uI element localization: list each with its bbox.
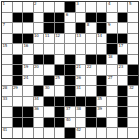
clue-number-39: 39 [97, 107, 102, 111]
letter-cell-r5c4[interactable] [34, 44, 44, 54]
letter-cell-r2c11[interactable] [107, 13, 117, 23]
clue-number-35: 35 [97, 97, 102, 101]
letter-cell-r11c11[interactable] [107, 107, 117, 117]
letter-cell-r10c11[interactable] [107, 97, 117, 107]
clue-number-26: 26 [76, 76, 81, 80]
black-cell-r2c2 [13, 13, 23, 23]
letter-cell-r13c3[interactable] [23, 128, 33, 138]
clue-number-37: 37 [66, 107, 71, 111]
black-cell-r6c4 [34, 55, 44, 65]
letter-cell-r2c4[interactable] [34, 13, 44, 23]
letter-cell-r2c1[interactable] [2, 13, 12, 23]
black-cell-r10c12 [118, 97, 128, 107]
letter-cell-r13c9[interactable] [86, 128, 96, 138]
letter-cell-r4c9[interactable] [86, 34, 96, 44]
letter-cell-r4c1[interactable] [2, 34, 12, 44]
black-cell-r4c2 [13, 34, 23, 44]
letter-cell-r10c4[interactable]: 34 [34, 97, 44, 107]
black-cell-r13c7 [65, 128, 75, 138]
letter-cell-r13c1[interactable]: 41 [2, 128, 12, 138]
clue-number-3: 3 [76, 2, 78, 6]
letter-cell-r2c8[interactable] [76, 13, 86, 23]
clue-number-21: 21 [76, 65, 81, 69]
black-cell-r8c13 [128, 76, 138, 86]
letter-cell-r4c8[interactable]: 13 [76, 34, 86, 44]
black-cell-r8c5 [44, 76, 54, 86]
clue-number-27: 27 [108, 76, 113, 80]
letter-cell-r12c1[interactable] [2, 118, 12, 128]
letter-cell-r2c7[interactable]: 6 [65, 13, 75, 23]
letter-cell-r8c12[interactable] [118, 76, 128, 86]
letter-cell-r1c13[interactable]: 5 [128, 2, 138, 12]
letter-cell-r9c6[interactable] [55, 86, 65, 96]
letter-cell-r2c13[interactable] [128, 13, 138, 23]
letter-cell-r8c3[interactable]: 24 [23, 76, 33, 86]
clue-number-15: 15 [3, 44, 8, 48]
black-cell-r11c12 [118, 107, 128, 117]
letter-cell-r1c8[interactable]: 3 [76, 2, 86, 12]
clue-number-24: 24 [24, 76, 29, 80]
black-cell-r9c10 [97, 86, 107, 96]
clue-number-13: 13 [76, 34, 81, 38]
letter-cell-r3c7[interactable] [65, 23, 75, 33]
letter-cell-r1c10[interactable] [97, 2, 107, 12]
clue-number-10: 10 [34, 34, 39, 38]
letter-cell-r1c9[interactable] [86, 2, 96, 12]
black-cell-r7c2 [13, 65, 23, 75]
letter-cell-r6c13[interactable] [128, 55, 138, 65]
letter-cell-r5c6[interactable] [55, 44, 65, 54]
letter-cell-r9c2[interactable]: 29 [13, 86, 23, 96]
clue-number-5: 5 [129, 2, 131, 6]
clue-number-29: 29 [13, 86, 18, 90]
clue-number-31: 31 [76, 86, 81, 90]
black-cell-r3c8 [76, 23, 86, 33]
letter-cell-r5c9[interactable] [86, 44, 96, 54]
letter-cell-r12c11[interactable] [107, 118, 117, 128]
letter-cell-r7c10[interactable] [97, 65, 107, 75]
letter-cell-r5c7[interactable] [65, 44, 75, 54]
letter-cell-r12c7[interactable]: 40 [65, 118, 75, 128]
clue-number-38: 38 [76, 107, 81, 111]
black-cell-r1c7 [65, 2, 75, 12]
clue-number-33: 33 [3, 97, 8, 101]
black-cell-r6c12 [118, 55, 128, 65]
letter-cell-r10c2[interactable] [13, 97, 23, 107]
letter-cell-r8c1[interactable] [2, 76, 12, 86]
black-cell-r3c10 [97, 23, 107, 33]
letter-cell-r9c11[interactable] [107, 86, 117, 96]
letter-cell-r13c4[interactable] [34, 128, 44, 138]
letter-cell-r11c13[interactable] [128, 107, 138, 117]
letter-cell-r7c12[interactable]: 23 [118, 65, 128, 75]
black-cell-r12c6 [55, 118, 65, 128]
black-cell-r6c7 [65, 55, 75, 65]
black-cell-r10c5 [44, 97, 54, 107]
clue-number-30: 30 [45, 86, 50, 90]
letter-cell-r5c2[interactable] [13, 44, 23, 54]
letter-cell-r3c12[interactable] [118, 23, 128, 33]
letter-cell-r1c6[interactable] [55, 2, 65, 12]
letter-cell-r12c13[interactable] [128, 118, 138, 128]
black-cell-r6c2 [13, 55, 23, 65]
black-cell-r7c13 [128, 65, 138, 75]
letter-cell-r9c3[interactable] [23, 86, 33, 96]
letter-cell-r13c6[interactable] [55, 128, 65, 138]
letter-cell-r7c11[interactable] [107, 65, 117, 75]
black-cell-r11c6 [55, 107, 65, 117]
clue-number-1: 1 [3, 2, 5, 6]
letter-cell-r5c10[interactable] [97, 44, 107, 54]
clue-number-17: 17 [118, 44, 123, 48]
black-cell-r12c3 [23, 118, 33, 128]
letter-cell-r9c1[interactable]: 28 [2, 86, 12, 96]
letter-cell-r3c2[interactable] [13, 23, 23, 33]
letter-cell-r5c3[interactable]: 16 [23, 44, 33, 54]
letter-cell-r9c13[interactable]: 32 [128, 86, 138, 96]
black-cell-r2c6 [55, 13, 65, 23]
black-cell-r12c12 [118, 118, 128, 128]
clue-number-14: 14 [97, 34, 102, 38]
letter-cell-r4c10[interactable]: 14 [97, 34, 107, 44]
black-cell-r7c7 [65, 65, 75, 75]
black-cell-r10c8 [76, 97, 86, 107]
clue-number-34: 34 [34, 97, 39, 101]
letter-cell-r3c9[interactable]: 8 [86, 23, 96, 33]
black-cell-r4c12 [118, 34, 128, 44]
letter-cell-r11c5[interactable] [44, 107, 54, 117]
letter-cell-r13c11[interactable] [107, 128, 117, 138]
letter-cell-r5c5[interactable] [44, 44, 54, 54]
letter-cell-r11c4[interactable]: 36 [34, 107, 44, 117]
black-cell-r8c10 [97, 76, 107, 86]
black-cell-r2c9 [86, 13, 96, 23]
letter-cell-r4c4[interactable]: 10 [34, 34, 44, 44]
letter-cell-r10c10[interactable]: 35 [97, 97, 107, 107]
black-cell-r11c9 [86, 107, 96, 117]
letter-cell-r12c8[interactable] [76, 118, 86, 128]
letter-cell-r5c12[interactable]: 17 [118, 44, 128, 54]
black-cell-r6c5 [44, 55, 54, 65]
letter-cell-r8c4[interactable] [34, 76, 44, 86]
clue-number-16: 16 [24, 44, 29, 48]
black-cell-r6c10 [97, 55, 107, 65]
black-cell-r10c9 [86, 97, 96, 107]
clue-number-7: 7 [3, 23, 5, 27]
letter-cell-r9c9[interactable] [86, 86, 96, 96]
black-cell-r12c10 [97, 118, 107, 128]
letter-cell-r13c13[interactable] [128, 128, 138, 138]
letter-cell-r3c4[interactable] [34, 23, 44, 33]
letter-cell-r11c1[interactable] [2, 107, 12, 117]
black-cell-r4c3 [23, 34, 33, 44]
letter-cell-r6c11[interactable]: 18 [107, 55, 117, 65]
letter-cell-r13c5[interactable] [44, 128, 54, 138]
letter-cell-r13c8[interactable]: 42 [76, 128, 86, 138]
clue-number-20: 20 [34, 65, 39, 69]
letter-cell-r7c9[interactable]: 22 [86, 65, 96, 75]
letter-cell-r7c8[interactable]: 21 [76, 65, 86, 75]
black-cell-r11c3 [23, 107, 33, 117]
black-cell-r8c7 [65, 76, 75, 86]
letter-cell-r13c10[interactable] [97, 128, 107, 138]
black-cell-r2c12 [118, 13, 128, 23]
black-cell-r12c9 [86, 118, 96, 128]
black-cell-r4c11 [107, 34, 117, 44]
clue-number-11: 11 [45, 34, 50, 38]
black-cell-r2c10 [97, 13, 107, 23]
letter-cell-r11c8[interactable]: 38 [76, 107, 86, 117]
clue-number-18: 18 [108, 55, 113, 59]
letter-cell-r3c1[interactable]: 7 [2, 23, 12, 33]
letter-cell-r7c5[interactable] [44, 65, 54, 75]
crossword-grid: 1234567891011121314151617181920212223242… [1, 1, 139, 139]
letter-cell-r4c7[interactable] [65, 34, 75, 44]
black-cell-r5c11 [107, 44, 117, 54]
letter-cell-r3c3[interactable] [23, 23, 33, 33]
clue-number-32: 32 [129, 86, 134, 90]
letter-cell-r10c3[interactable] [23, 97, 33, 107]
letter-cell-r8c8[interactable]: 26 [76, 76, 86, 86]
letter-cell-r4c5[interactable]: 11 [44, 34, 54, 44]
crossword-page: 1234567891011121314151617181920212223242… [0, 0, 140, 140]
black-cell-r2c5 [44, 13, 54, 23]
letter-cell-r1c5[interactable] [44, 2, 54, 12]
clue-number-19: 19 [24, 65, 29, 69]
letter-cell-r6c1[interactable] [2, 55, 12, 65]
letter-cell-r13c12[interactable] [118, 128, 128, 138]
letter-cell-r9c5[interactable]: 30 [44, 86, 54, 96]
clue-number-23: 23 [118, 65, 123, 69]
clue-number-42: 42 [76, 128, 81, 132]
letter-cell-r5c8[interactable] [76, 44, 86, 54]
clue-number-22: 22 [87, 65, 92, 69]
letter-cell-r1c12[interactable] [118, 2, 128, 12]
letter-cell-r3c11[interactable]: 9 [107, 23, 117, 33]
letter-cell-r5c1[interactable]: 15 [2, 44, 12, 54]
black-cell-r3c6 [55, 23, 65, 33]
letter-cell-r4c13[interactable] [128, 34, 138, 44]
clue-number-40: 40 [66, 118, 71, 122]
letter-cell-r6c3[interactable] [23, 55, 33, 65]
black-cell-r8c2 [13, 76, 23, 86]
letter-cell-r11c10[interactable]: 39 [97, 107, 107, 117]
clue-number-2: 2 [34, 2, 36, 6]
black-cell-r12c5 [44, 118, 54, 128]
letter-cell-r1c2[interactable] [13, 2, 23, 12]
clue-number-4: 4 [108, 2, 110, 6]
letter-cell-r6c6[interactable] [55, 55, 65, 65]
letter-cell-r7c3[interactable]: 19 [23, 65, 33, 75]
letter-cell-r5c13[interactable] [128, 44, 138, 54]
clue-number-28: 28 [3, 86, 8, 90]
letter-cell-r4c6[interactable]: 12 [55, 34, 65, 44]
letter-cell-r10c1[interactable]: 33 [2, 97, 12, 107]
clue-number-36: 36 [34, 107, 39, 111]
clue-number-25: 25 [55, 76, 60, 80]
letter-cell-r1c3[interactable] [23, 2, 33, 12]
clue-number-6: 6 [66, 13, 68, 17]
letter-cell-r12c4[interactable] [34, 118, 44, 128]
black-cell-r10c7 [65, 97, 75, 107]
clue-number-41: 41 [3, 128, 8, 132]
black-cell-r11c2 [13, 107, 23, 117]
letter-cell-r1c4[interactable]: 2 [34, 2, 44, 12]
letter-cell-r7c4[interactable]: 20 [34, 65, 44, 75]
black-cell-r9c12 [118, 86, 128, 96]
clue-number-8: 8 [87, 23, 89, 27]
letter-cell-r11c7[interactable]: 37 [65, 107, 75, 117]
black-cell-r9c4 [34, 86, 44, 96]
clue-number-9: 9 [108, 23, 110, 27]
letter-cell-r6c8[interactable] [76, 55, 86, 65]
letter-cell-r10c13[interactable] [128, 97, 138, 107]
letter-cell-r9c8[interactable]: 31 [76, 86, 86, 96]
letter-cell-r8c6[interactable]: 25 [55, 76, 65, 86]
letter-cell-r3c13[interactable] [128, 23, 138, 33]
black-cell-r10c6 [55, 97, 65, 107]
letter-cell-r13c2[interactable] [13, 128, 23, 138]
letter-cell-r8c9[interactable] [86, 76, 96, 86]
letter-cell-r1c11[interactable]: 4 [107, 2, 117, 12]
black-cell-r12c2 [13, 118, 23, 128]
black-cell-r9c7 [65, 86, 75, 96]
letter-cell-r1c1[interactable]: 1 [2, 2, 12, 12]
black-cell-r6c9 [86, 55, 96, 65]
letter-cell-r7c1[interactable] [2, 65, 12, 75]
letter-cell-r8c11[interactable]: 27 [107, 76, 117, 86]
clue-number-12: 12 [55, 34, 60, 38]
black-cell-r3c5 [44, 23, 54, 33]
black-cell-r7c6 [55, 65, 65, 75]
black-cell-r2c3 [23, 13, 33, 23]
